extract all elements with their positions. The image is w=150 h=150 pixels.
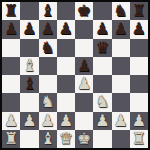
square-g8[interactable]: ♞ bbox=[112, 2, 130, 20]
square-f8[interactable] bbox=[93, 2, 111, 20]
piece-white-rook: ♜ bbox=[4, 130, 18, 148]
square-d1[interactable]: ♛ bbox=[57, 130, 75, 148]
square-c8[interactable]: ♝ bbox=[39, 2, 57, 20]
piece-white-pawn: ♟ bbox=[22, 112, 36, 130]
piece-black-queen: ♛ bbox=[95, 39, 109, 57]
chess-board-frame: ♜♝♚♞♜♟♟♟♟♟♟♟♞♛♝♟♝♟♞♞♟♟♟♟♟♟♟♜♝♛♚♜ bbox=[0, 0, 150, 150]
piece-black-knight: ♞ bbox=[40, 39, 54, 57]
piece-white-knight: ♞ bbox=[40, 93, 54, 111]
square-b5[interactable]: ♝ bbox=[20, 57, 38, 75]
square-g5[interactable] bbox=[112, 57, 130, 75]
square-a3[interactable] bbox=[2, 93, 20, 111]
piece-white-rook: ♜ bbox=[132, 130, 146, 148]
square-b4[interactable]: ♝ bbox=[20, 75, 38, 93]
piece-white-pawn: ♟ bbox=[77, 75, 91, 93]
piece-black-bishop: ♝ bbox=[22, 75, 36, 93]
square-b1[interactable] bbox=[20, 130, 38, 148]
square-b2[interactable]: ♟ bbox=[20, 112, 38, 130]
square-c6[interactable]: ♞ bbox=[39, 39, 57, 57]
square-c3[interactable]: ♞ bbox=[39, 93, 57, 111]
piece-white-pawn: ♟ bbox=[40, 112, 54, 130]
square-e1[interactable]: ♚ bbox=[75, 130, 93, 148]
square-a2[interactable]: ♟ bbox=[2, 112, 20, 130]
square-h1[interactable]: ♜ bbox=[130, 130, 148, 148]
piece-black-pawn: ♟ bbox=[113, 20, 127, 38]
piece-white-pawn: ♟ bbox=[59, 112, 73, 130]
square-f7[interactable]: ♟ bbox=[93, 20, 111, 38]
square-a1[interactable]: ♜ bbox=[2, 130, 20, 148]
square-e2[interactable] bbox=[75, 112, 93, 130]
piece-black-rook: ♜ bbox=[4, 2, 18, 20]
piece-white-king: ♚ bbox=[77, 130, 91, 148]
chess-board: ♜♝♚♞♜♟♟♟♟♟♟♟♞♛♝♟♝♟♞♞♟♟♟♟♟♟♟♜♝♛♚♜ bbox=[2, 2, 148, 148]
square-f3[interactable]: ♞ bbox=[93, 93, 111, 111]
square-e3[interactable] bbox=[75, 93, 93, 111]
square-e5[interactable]: ♟ bbox=[75, 57, 93, 75]
square-f2[interactable]: ♟ bbox=[93, 112, 111, 130]
square-d8[interactable] bbox=[57, 2, 75, 20]
piece-black-pawn: ♟ bbox=[22, 20, 36, 38]
piece-black-knight: ♞ bbox=[113, 2, 127, 20]
square-e4[interactable]: ♟ bbox=[75, 75, 93, 93]
square-h2[interactable]: ♟ bbox=[130, 112, 148, 130]
square-d3[interactable] bbox=[57, 93, 75, 111]
square-g3[interactable] bbox=[112, 93, 130, 111]
square-d6[interactable] bbox=[57, 39, 75, 57]
piece-white-pawn: ♟ bbox=[4, 112, 18, 130]
square-h3[interactable] bbox=[130, 93, 148, 111]
piece-white-pawn: ♟ bbox=[95, 112, 109, 130]
square-d2[interactable]: ♟ bbox=[57, 112, 75, 130]
square-a8[interactable]: ♜ bbox=[2, 2, 20, 20]
square-f4[interactable] bbox=[93, 75, 111, 93]
square-a5[interactable] bbox=[2, 57, 20, 75]
square-h6[interactable] bbox=[130, 39, 148, 57]
square-c7[interactable]: ♟ bbox=[39, 20, 57, 38]
square-f5[interactable] bbox=[93, 57, 111, 75]
square-b6[interactable] bbox=[20, 39, 38, 57]
square-f1[interactable] bbox=[93, 130, 111, 148]
piece-white-bishop: ♝ bbox=[40, 130, 54, 148]
square-a4[interactable] bbox=[2, 75, 20, 93]
square-g2[interactable]: ♟ bbox=[112, 112, 130, 130]
piece-black-pawn: ♟ bbox=[95, 20, 109, 38]
square-e7[interactable] bbox=[75, 20, 93, 38]
square-c2[interactable]: ♟ bbox=[39, 112, 57, 130]
square-b7[interactable]: ♟ bbox=[20, 20, 38, 38]
square-g1[interactable] bbox=[112, 130, 130, 148]
piece-black-pawn: ♟ bbox=[132, 20, 146, 38]
piece-black-pawn: ♟ bbox=[4, 20, 18, 38]
square-f6[interactable]: ♛ bbox=[93, 39, 111, 57]
square-g4[interactable] bbox=[112, 75, 130, 93]
piece-white-knight: ♞ bbox=[95, 93, 109, 111]
piece-black-king: ♚ bbox=[77, 2, 91, 20]
piece-black-pawn: ♟ bbox=[77, 57, 91, 75]
piece-white-queen: ♛ bbox=[59, 130, 73, 148]
square-c1[interactable]: ♝ bbox=[39, 130, 57, 148]
square-e8[interactable]: ♚ bbox=[75, 2, 93, 20]
square-d5[interactable] bbox=[57, 57, 75, 75]
piece-black-rook: ♜ bbox=[132, 2, 146, 20]
square-a7[interactable]: ♟ bbox=[2, 20, 20, 38]
square-b8[interactable] bbox=[20, 2, 38, 20]
square-h8[interactable]: ♜ bbox=[130, 2, 148, 20]
piece-black-pawn: ♟ bbox=[40, 20, 54, 38]
square-c4[interactable] bbox=[39, 75, 57, 93]
piece-black-pawn: ♟ bbox=[59, 20, 73, 38]
square-h7[interactable]: ♟ bbox=[130, 20, 148, 38]
square-g6[interactable] bbox=[112, 39, 130, 57]
piece-white-pawn: ♟ bbox=[132, 112, 146, 130]
square-d4[interactable] bbox=[57, 75, 75, 93]
square-c5[interactable] bbox=[39, 57, 57, 75]
square-b3[interactable] bbox=[20, 93, 38, 111]
square-d7[interactable]: ♟ bbox=[57, 20, 75, 38]
piece-black-bishop: ♝ bbox=[40, 2, 54, 20]
square-h4[interactable] bbox=[130, 75, 148, 93]
piece-white-pawn: ♟ bbox=[113, 112, 127, 130]
square-g7[interactable]: ♟ bbox=[112, 20, 130, 38]
square-a6[interactable] bbox=[2, 39, 20, 57]
piece-white-bishop: ♝ bbox=[22, 57, 36, 75]
square-e6[interactable] bbox=[75, 39, 93, 57]
square-h5[interactable] bbox=[130, 57, 148, 75]
